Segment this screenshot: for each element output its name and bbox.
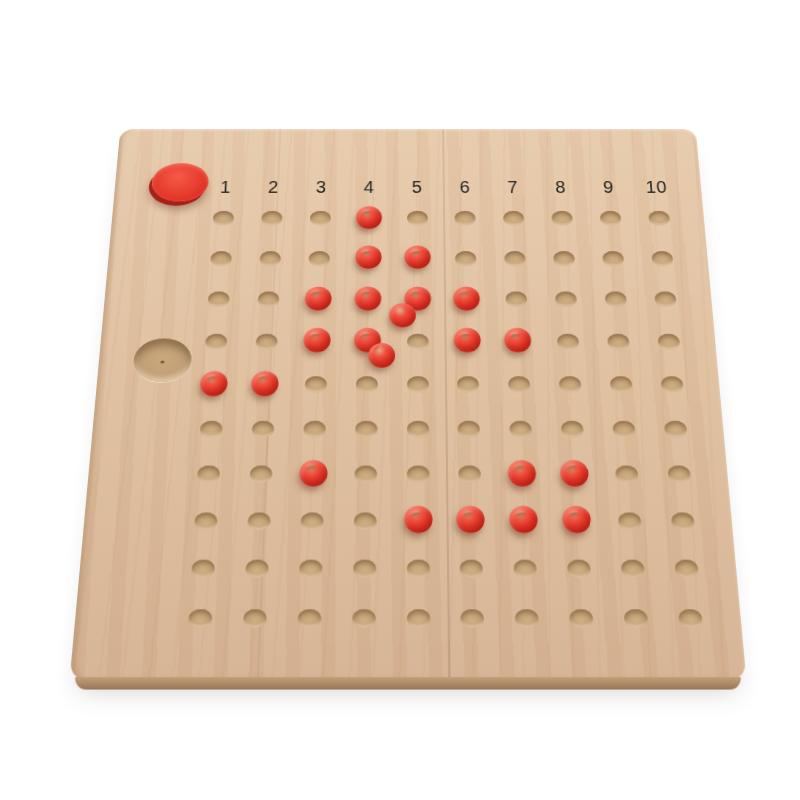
hole-recess — [189, 609, 214, 628]
hole-recess — [551, 211, 573, 226]
hole-r8c2[interactable] — [232, 498, 287, 545]
hole-r10c5[interactable] — [391, 593, 446, 643]
hole-recess — [352, 609, 376, 628]
bead-r8c7[interactable] — [509, 506, 538, 533]
hole-r4c8[interactable] — [542, 320, 594, 363]
bead-r8c6[interactable] — [457, 506, 486, 533]
hole-r9c7[interactable] — [498, 545, 553, 594]
hole-r8c3[interactable] — [285, 498, 339, 545]
hole-recess — [561, 421, 584, 438]
hole-r1c9[interactable] — [585, 199, 636, 239]
hole-r6c3[interactable] — [288, 407, 341, 452]
hole-recess — [604, 292, 626, 308]
hole-recess — [197, 466, 221, 483]
hole-recess — [509, 421, 532, 438]
hole-r5c9[interactable] — [594, 363, 648, 407]
hole-r8c8[interactable] — [549, 498, 604, 545]
hole-r9c9[interactable] — [604, 545, 661, 594]
hole-recess — [674, 560, 699, 578]
hole-r3c10[interactable] — [639, 279, 692, 321]
hole-r5c4[interactable] — [341, 363, 392, 407]
column-label-6: 6 — [441, 172, 489, 201]
hole-recess — [247, 512, 271, 530]
multiplication-board: 12345678910 — [70, 129, 747, 679]
hole-recess — [612, 421, 635, 438]
hole-recess — [460, 560, 484, 578]
hole-r5c6[interactable] — [443, 363, 495, 407]
hole-recess — [620, 560, 644, 578]
hole-r1c7[interactable] — [489, 199, 539, 239]
hole-r7c4[interactable] — [339, 451, 392, 497]
hole-recess — [406, 560, 429, 578]
hole-r4c9[interactable] — [592, 320, 645, 363]
hole-recess — [508, 376, 531, 392]
hole-recess — [567, 560, 591, 578]
bead-r7c3[interactable] — [299, 460, 327, 486]
column-label-7: 7 — [488, 172, 537, 201]
column-label-4: 4 — [345, 172, 393, 201]
bead-r5c2[interactable] — [251, 371, 279, 396]
hole-r2c9[interactable] — [587, 238, 638, 278]
hole-r10c10[interactable] — [661, 593, 719, 643]
hole-recess — [297, 609, 321, 628]
hole-recess — [407, 421, 429, 438]
hole-recess — [310, 211, 331, 226]
hole-recess — [259, 251, 281, 266]
hole-recess — [455, 211, 476, 226]
bead-r3c4[interactable] — [354, 286, 381, 310]
hole-r1c6[interactable] — [441, 199, 490, 239]
hole-r2c8[interactable] — [539, 238, 590, 278]
hole-r3c8[interactable] — [540, 279, 592, 321]
hole-r7c8[interactable] — [547, 451, 601, 497]
column-label-1: 1 — [201, 172, 251, 201]
hole-r4c10[interactable] — [642, 320, 696, 363]
hole-recess — [602, 251, 624, 266]
hole-r10c2[interactable] — [227, 593, 283, 643]
hole-r8c5[interactable] — [391, 498, 444, 545]
hole-recess — [455, 251, 476, 266]
hole-grid — [172, 199, 719, 644]
hole-recess — [506, 292, 528, 308]
hole-r6c8[interactable] — [546, 407, 600, 452]
hole-recess — [461, 609, 485, 628]
hole-r3c7[interactable] — [491, 279, 542, 321]
hole-recess — [504, 251, 526, 266]
hole-r1c4[interactable] — [344, 199, 393, 239]
hole-r10c3[interactable] — [282, 593, 338, 643]
hole-recess — [258, 292, 280, 308]
hole-r10c8[interactable] — [553, 593, 610, 643]
hole-r6c10[interactable] — [648, 407, 703, 452]
column-label-5: 5 — [393, 172, 441, 201]
hole-recess — [458, 421, 481, 438]
hole-recess — [607, 334, 630, 350]
hole-r5c2[interactable] — [239, 363, 292, 407]
hole-recess — [657, 334, 680, 350]
hole-r5c1[interactable] — [187, 363, 240, 407]
hole-r9c4[interactable] — [337, 545, 391, 594]
hole-r1c10[interactable] — [633, 199, 684, 239]
column-label-8: 8 — [536, 172, 585, 201]
hole-recess — [407, 466, 430, 483]
hole-recess — [660, 376, 683, 392]
hole-recess — [503, 211, 524, 226]
hole-r3c1[interactable] — [193, 279, 245, 321]
hole-recess — [309, 251, 331, 266]
hole-recess — [300, 512, 323, 530]
hole-r7c9[interactable] — [599, 451, 654, 497]
hole-recess — [252, 421, 275, 438]
hole-r5c7[interactable] — [493, 363, 545, 407]
hole-recess — [407, 211, 428, 226]
hole-recess — [192, 560, 216, 578]
bead-r3c6[interactable] — [454, 286, 481, 310]
hole-r1c2[interactable] — [247, 199, 297, 239]
hole-r2c6[interactable] — [441, 238, 491, 278]
hole-r9c3[interactable] — [283, 545, 338, 594]
hole-recess — [354, 466, 377, 483]
hole-r10c6[interactable] — [445, 593, 500, 643]
hole-recess — [407, 376, 429, 392]
hole-r9c8[interactable] — [551, 545, 607, 594]
hole-r8c7[interactable] — [497, 498, 551, 545]
hole-recess — [208, 292, 230, 308]
hole-recess — [559, 376, 582, 392]
bead-r7c7[interactable] — [508, 460, 537, 486]
hole-recess — [305, 376, 327, 392]
hole-recess — [515, 609, 539, 628]
hole-r7c2[interactable] — [234, 451, 288, 497]
hole-recess — [618, 512, 642, 530]
hole-recess — [457, 376, 479, 392]
hole-r2c10[interactable] — [636, 238, 688, 278]
hole-recess — [243, 609, 267, 628]
hole-r8c4[interactable] — [338, 498, 391, 545]
hole-r6c7[interactable] — [494, 407, 547, 452]
hole-recess — [569, 609, 593, 628]
hole-r6c9[interactable] — [597, 407, 651, 452]
hole-r6c5[interactable] — [392, 407, 444, 452]
product-photo-scene: 12345678910 — [0, 0, 800, 800]
hole-r5c3[interactable] — [290, 363, 342, 407]
hole-r3c2[interactable] — [243, 279, 294, 321]
hole-r7c7[interactable] — [496, 451, 550, 497]
hole-recess — [553, 251, 575, 266]
bead-r3c3[interactable] — [305, 286, 332, 310]
column-label-9: 9 — [584, 172, 634, 201]
hole-r8c6[interactable] — [444, 498, 498, 545]
hole-recess — [210, 251, 232, 266]
hole-recess — [406, 609, 430, 628]
hole-r1c8[interactable] — [537, 199, 587, 239]
hole-recess — [299, 560, 323, 578]
hole-recess — [256, 334, 278, 350]
hole-r9c5[interactable] — [391, 545, 445, 594]
hole-recess — [250, 466, 273, 483]
hole-r4c6[interactable] — [442, 320, 493, 363]
hole-r4c7[interactable] — [492, 320, 544, 363]
hole-r5c8[interactable] — [544, 363, 597, 407]
bead-r8c5[interactable] — [404, 506, 432, 533]
hole-r6c6[interactable] — [443, 407, 495, 452]
hole-r9c6[interactable] — [445, 545, 499, 594]
column-labels: 12345678910 — [201, 172, 682, 201]
hole-recess — [600, 211, 622, 226]
hole-r7c10[interactable] — [651, 451, 707, 497]
hole-r3c4[interactable] — [343, 279, 393, 321]
hole-recess — [648, 211, 670, 226]
column-label-10: 10 — [631, 172, 681, 201]
bead-r4c6[interactable] — [454, 328, 481, 352]
hole-r8c9[interactable] — [602, 498, 658, 545]
hole-r6c4[interactable] — [340, 407, 392, 452]
hole-recess — [245, 560, 269, 578]
hole-r4c3[interactable] — [291, 320, 342, 363]
hole-r5c10[interactable] — [645, 363, 699, 407]
hole-r2c1[interactable] — [196, 238, 247, 278]
hole-recess — [213, 211, 235, 226]
hole-r8c1[interactable] — [178, 498, 234, 545]
hole-r2c5[interactable] — [393, 238, 442, 278]
column-label-3: 3 — [297, 172, 346, 201]
hole-r10c9[interactable] — [607, 593, 665, 643]
hole-r2c2[interactable] — [245, 238, 296, 278]
hole-recess — [353, 512, 376, 530]
hole-recess — [407, 334, 429, 350]
hole-r3c3[interactable] — [293, 279, 344, 321]
bead-r4c3[interactable] — [303, 328, 330, 352]
bead-r2c5[interactable] — [404, 246, 430, 269]
bead-r5c1[interactable] — [200, 371, 228, 396]
hole-r10c7[interactable] — [499, 593, 555, 643]
hole-recess — [356, 376, 378, 392]
hole-recess — [678, 609, 703, 628]
hole-r4c2[interactable] — [241, 320, 293, 363]
bead-r2c4[interactable] — [355, 246, 381, 269]
hole-r9c1[interactable] — [175, 545, 231, 594]
hole-recess — [615, 466, 639, 483]
hole-recess — [194, 512, 218, 530]
hole-r8c10[interactable] — [654, 498, 711, 545]
hole-recess — [667, 466, 691, 483]
hole-recess — [261, 211, 283, 226]
bead-r8c8[interactable] — [562, 506, 591, 533]
hole-r2c4[interactable] — [343, 238, 392, 278]
hole-r1c5[interactable] — [393, 199, 442, 239]
hole-recess — [355, 421, 378, 438]
hole-r10c4[interactable] — [336, 593, 391, 643]
hole-recess — [609, 376, 632, 392]
hole-r7c3[interactable] — [287, 451, 340, 497]
hole-r2c7[interactable] — [490, 238, 540, 278]
hole-recess — [555, 292, 577, 308]
hole-r2c3[interactable] — [294, 238, 344, 278]
hole-r1c1[interactable] — [198, 199, 249, 239]
hole-r6c2[interactable] — [236, 407, 289, 452]
hole-recess — [200, 421, 223, 438]
hole-recess — [205, 334, 228, 350]
hole-r7c5[interactable] — [392, 451, 445, 497]
hole-r3c6[interactable] — [442, 279, 492, 321]
hole-recess — [513, 560, 537, 578]
hole-r10c1[interactable] — [172, 593, 229, 643]
column-label-2: 2 — [249, 172, 298, 201]
hole-r5c5[interactable] — [392, 363, 443, 407]
hole-recess — [670, 512, 694, 530]
hole-recess — [459, 466, 482, 483]
hole-r9c10[interactable] — [658, 545, 715, 594]
hole-recess — [353, 560, 376, 578]
hole-recess — [303, 421, 326, 438]
hole-r6c1[interactable] — [184, 407, 238, 452]
hole-recess — [654, 292, 677, 308]
hole-r4c1[interactable] — [190, 320, 243, 363]
hole-r9c2[interactable] — [229, 545, 285, 594]
hole-recess — [663, 421, 687, 438]
hole-recess — [623, 609, 648, 628]
bead-r7c8[interactable] — [560, 460, 589, 486]
bead-r4c7[interactable] — [504, 328, 531, 352]
hole-recess — [651, 251, 673, 266]
bead-dish[interactable] — [132, 338, 193, 382]
hole-r7c1[interactable] — [182, 451, 237, 497]
hole-r1c3[interactable] — [296, 199, 345, 239]
hole-r7c6[interactable] — [444, 451, 497, 497]
hole-r3c9[interactable] — [590, 279, 642, 321]
bead-r1c4[interactable] — [356, 206, 382, 229]
hole-recess — [557, 334, 579, 350]
